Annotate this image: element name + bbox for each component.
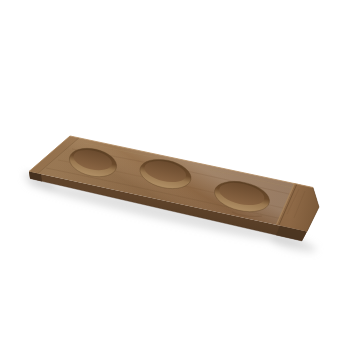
- wooden-tray-image: [0, 0, 350, 350]
- product-photo: [0, 0, 350, 350]
